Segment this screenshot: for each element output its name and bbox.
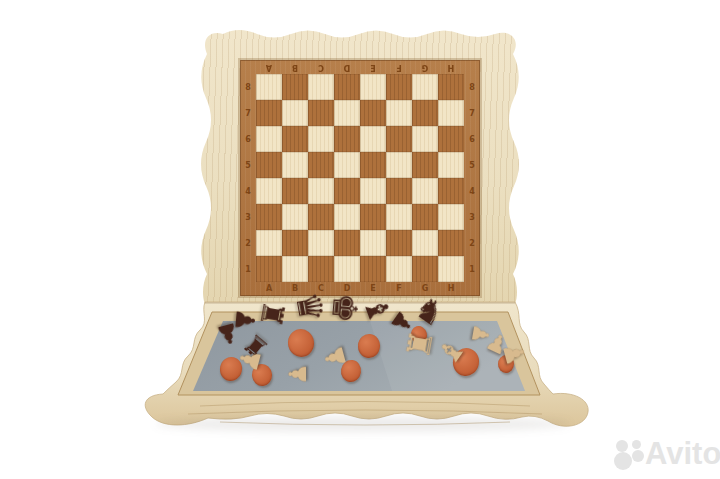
- coord-rank-8-right: 8: [464, 74, 480, 100]
- rank-labels-right: 87654321: [464, 74, 480, 282]
- square-h5: [438, 152, 464, 178]
- coord-file-a-top: A: [256, 60, 282, 74]
- square-c7: [308, 100, 334, 126]
- avito-logo-circle-icon: [632, 440, 641, 449]
- coord-rank-7-left: 7: [240, 100, 256, 126]
- square-c2: [308, 230, 334, 256]
- coord-file-b-top: B: [282, 60, 308, 74]
- square-c4: [308, 178, 334, 204]
- coord-file-h-top: H: [438, 60, 464, 74]
- square-b1: [282, 256, 308, 282]
- watermark-text: Avito: [645, 438, 720, 469]
- square-d4: [334, 178, 360, 204]
- coord-file-f-top: F: [386, 60, 412, 74]
- chess-board: [256, 74, 464, 282]
- square-g5: [412, 152, 438, 178]
- coord-rank-5-left: 5: [240, 152, 256, 178]
- square-e1: [360, 256, 386, 282]
- square-h7: [438, 100, 464, 126]
- square-b2: [282, 230, 308, 256]
- piece-felt-base: [357, 333, 381, 359]
- coord-rank-4-right: 4: [464, 178, 480, 204]
- product-photo: ABCDEFGH ABCDEFGH 87654321 87654321: [0, 0, 720, 479]
- square-c3: [308, 204, 334, 230]
- square-h4: [438, 178, 464, 204]
- square-f3: [386, 204, 412, 230]
- square-b6: [282, 126, 308, 152]
- avito-logo-circle-icon: [614, 452, 632, 470]
- square-g4: [412, 178, 438, 204]
- square-g3: [412, 204, 438, 230]
- light-chess-piece: ♟: [286, 363, 310, 385]
- coord-file-c-top: C: [308, 60, 334, 74]
- square-e6: [360, 126, 386, 152]
- coord-file-d-top: D: [334, 60, 360, 74]
- square-f8: [386, 74, 412, 100]
- square-f7: [386, 100, 412, 126]
- light-chess-piece: ♜: [402, 327, 438, 361]
- square-c6: [308, 126, 334, 152]
- square-f1: [386, 256, 412, 282]
- square-g8: [412, 74, 438, 100]
- square-e2: [360, 230, 386, 256]
- coord-rank-1-right: 1: [464, 256, 480, 282]
- square-g1: [412, 256, 438, 282]
- coord-rank-2-right: 2: [464, 230, 480, 256]
- piece-tray-contents: ♟♜♛♚♝♞♟♟♜♟♟♜♝♟♟♟♟: [130, 294, 600, 436]
- coord-rank-1-left: 1: [240, 256, 256, 282]
- square-a4: [256, 178, 282, 204]
- square-h8: [438, 74, 464, 100]
- square-h6: [438, 126, 464, 152]
- square-a3: [256, 204, 282, 230]
- coord-rank-4-left: 4: [240, 178, 256, 204]
- square-e5: [360, 152, 386, 178]
- square-d6: [334, 126, 360, 152]
- square-f5: [386, 152, 412, 178]
- square-a1: [256, 256, 282, 282]
- square-b7: [282, 100, 308, 126]
- square-a5: [256, 152, 282, 178]
- light-chess-piece: ♟: [467, 322, 492, 345]
- coord-rank-3-right: 3: [464, 204, 480, 230]
- square-e3: [360, 204, 386, 230]
- square-b5: [282, 152, 308, 178]
- coord-rank-2-left: 2: [240, 230, 256, 256]
- light-chess-piece: ♟: [498, 339, 529, 368]
- square-c1: [308, 256, 334, 282]
- coord-rank-3-left: 3: [240, 204, 256, 230]
- coord-rank-7-right: 7: [464, 100, 480, 126]
- square-f6: [386, 126, 412, 152]
- square-g7: [412, 100, 438, 126]
- square-a8: [256, 74, 282, 100]
- coord-rank-5-right: 5: [464, 152, 480, 178]
- square-g2: [412, 230, 438, 256]
- file-labels-top: ABCDEFGH: [256, 60, 464, 74]
- board-coordinate-frame: ABCDEFGH ABCDEFGH 87654321 87654321: [240, 60, 480, 296]
- square-b8: [282, 74, 308, 100]
- avito-logo-circle-icon: [632, 450, 644, 462]
- square-d2: [334, 230, 360, 256]
- square-a6: [256, 126, 282, 152]
- square-e7: [360, 100, 386, 126]
- square-b3: [282, 204, 308, 230]
- chessboard-lid: ABCDEFGH ABCDEFGH 87654321 87654321: [193, 24, 527, 316]
- square-f2: [386, 230, 412, 256]
- square-d8: [334, 74, 360, 100]
- square-h1: [438, 256, 464, 282]
- square-h3: [438, 204, 464, 230]
- coord-rank-6-left: 6: [240, 126, 256, 152]
- square-g6: [412, 126, 438, 152]
- square-d7: [334, 100, 360, 126]
- square-d1: [334, 256, 360, 282]
- square-d3: [334, 204, 360, 230]
- dark-chess-piece: ♜: [255, 298, 289, 330]
- square-e4: [360, 178, 386, 204]
- piece-felt-base: [286, 327, 316, 358]
- square-a2: [256, 230, 282, 256]
- square-h2: [438, 230, 464, 256]
- coord-file-g-top: G: [412, 60, 438, 74]
- coord-rank-6-right: 6: [464, 126, 480, 152]
- rank-labels-left: 87654321: [240, 74, 256, 282]
- avito-logo-circle-icon: [616, 440, 628, 452]
- coord-rank-8-left: 8: [240, 74, 256, 100]
- square-b4: [282, 178, 308, 204]
- coord-file-e-top: E: [360, 60, 386, 74]
- square-a7: [256, 100, 282, 126]
- square-e8: [360, 74, 386, 100]
- square-c5: [308, 152, 334, 178]
- square-f4: [386, 178, 412, 204]
- square-c8: [308, 74, 334, 100]
- avito-watermark: Avito: [608, 438, 720, 476]
- square-d5: [334, 152, 360, 178]
